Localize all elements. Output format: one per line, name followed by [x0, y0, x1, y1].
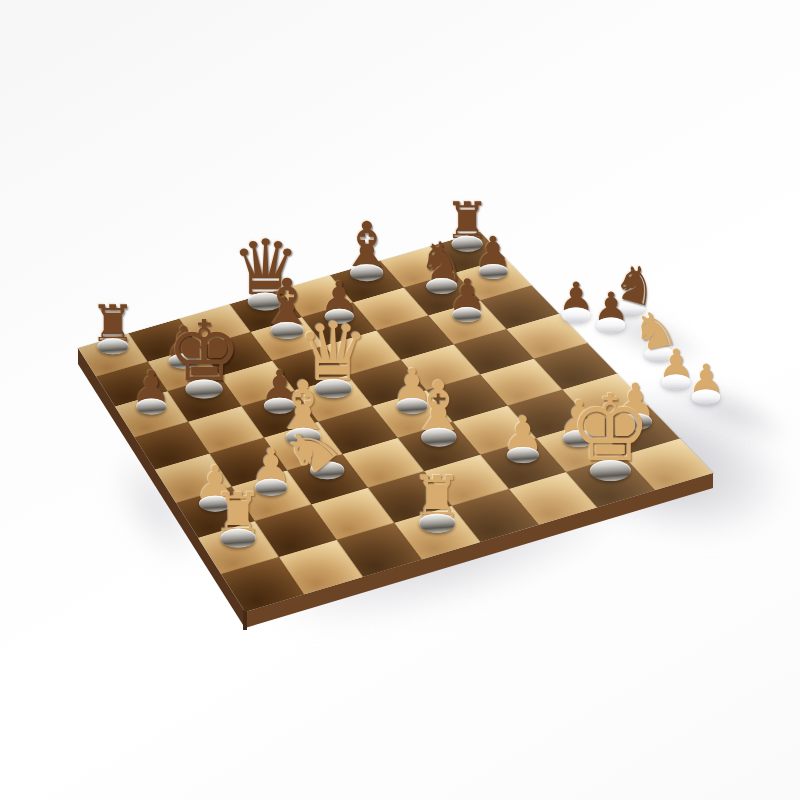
scene: ♜♛♝♜♟♝♟♞♟♟♚♟♟♛♝♟♟♟♞♝♜♟♟♟♜♚♟♟♞♞♟♟: [0, 0, 800, 800]
board-corner-edge: [243, 610, 247, 630]
